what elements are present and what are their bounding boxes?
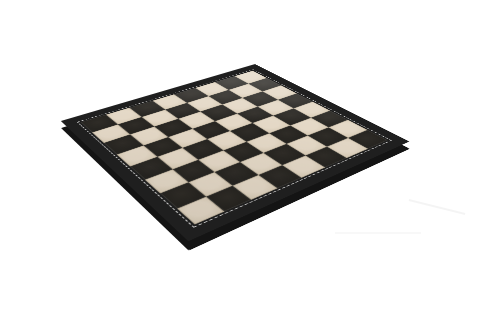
board-square <box>282 155 325 177</box>
board-square <box>286 136 326 156</box>
board-square <box>183 139 223 159</box>
product-photo-canvas <box>0 0 480 332</box>
frame-stitching <box>77 69 392 227</box>
board-square <box>145 169 188 193</box>
board-square <box>246 133 286 153</box>
board-square <box>258 165 302 189</box>
board-square <box>177 197 224 225</box>
board-square <box>205 185 251 211</box>
board-square <box>327 138 368 158</box>
board-square <box>305 146 347 167</box>
board-square <box>130 157 172 180</box>
scene <box>0 0 480 332</box>
board-square <box>157 148 198 169</box>
board-square <box>215 162 258 185</box>
board-square <box>207 131 246 150</box>
board-square <box>104 135 143 155</box>
board-square <box>347 130 387 149</box>
board-square <box>240 153 282 175</box>
board-square <box>117 145 157 166</box>
board-frame <box>61 64 410 241</box>
board-square <box>143 137 183 157</box>
board-square <box>172 160 215 183</box>
board-square <box>198 150 240 172</box>
board-square <box>223 142 264 163</box>
board-square <box>188 172 232 197</box>
board-square <box>263 144 304 165</box>
chessboard <box>61 64 410 241</box>
board-square <box>168 129 207 148</box>
board-grid <box>81 71 388 225</box>
board-square <box>232 175 277 200</box>
board-square <box>160 182 205 208</box>
